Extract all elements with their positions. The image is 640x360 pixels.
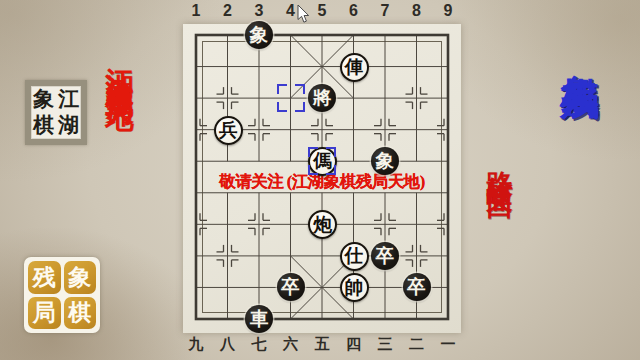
piece-black-將[interactable]: 將 [308,84,336,112]
bottom-left-seal: 残象局棋 [24,257,100,333]
right-slogan-text: 路转峰又回 [482,150,517,180]
seal-char: 残 [28,261,61,294]
seal-char: 棋 [31,113,56,140]
rank-label-8: 二 [407,335,427,354]
rank-label-7: 三 [375,335,395,354]
rank-label-4: 六 [281,335,301,354]
file-label-7: 7 [376,2,394,20]
seal-char: 象 [64,261,97,294]
move-marker [308,147,336,175]
piece-black-車[interactable]: 車 [245,305,273,333]
piece-black-卒[interactable]: 卒 [403,273,431,301]
xiangqi-endgame-thumbnail: 123456789 九八七六五四三二一 敬请关注 (江湖象棋残局天地) 象俥將兵… [0,0,640,360]
mouse-cursor-icon [297,5,310,24]
piece-red-兵[interactable]: 兵 [214,116,243,145]
seal-char: 局 [28,297,61,330]
piece-black-象[interactable]: 象 [245,21,273,49]
file-label-9: 9 [439,2,457,20]
rank-label-5: 五 [312,335,332,354]
file-label-5: 5 [313,2,331,20]
move-marker [277,84,305,112]
rank-label-6: 四 [344,335,364,354]
file-label-1: 1 [187,2,205,20]
file-label-3: 3 [250,2,268,20]
seal-char: 棋 [64,297,97,330]
top-left-seal: 象江棋湖 [25,80,87,145]
seal-char: 象 [31,86,56,113]
right-title-text: 象棋残局 [553,43,607,55]
file-label-2: 2 [219,2,237,20]
rank-label-1: 九 [186,335,206,354]
piece-black-卒[interactable]: 卒 [371,242,399,270]
piece-red-帥[interactable]: 帥 [340,273,369,302]
piece-red-仕[interactable]: 仕 [340,242,369,271]
rank-label-2: 八 [218,335,238,354]
left-slogan-text: 江湖象棋残局天地 [100,46,138,86]
seal-char: 江 [56,86,81,113]
piece-red-俥[interactable]: 俥 [340,53,369,82]
rank-label-3: 七 [249,335,269,354]
seal-char: 湖 [56,113,81,140]
file-label-8: 8 [408,2,426,20]
piece-black-卒[interactable]: 卒 [277,273,305,301]
file-label-6: 6 [345,2,363,20]
rank-label-9: 一 [438,335,458,354]
